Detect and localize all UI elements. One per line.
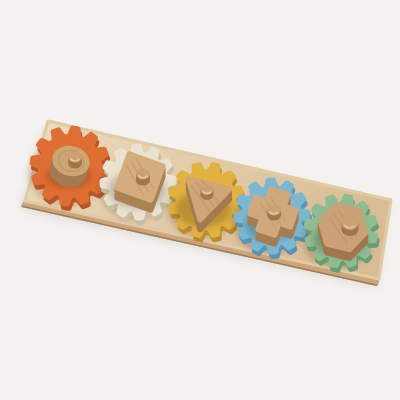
- peg: [68, 152, 82, 169]
- peg: [267, 205, 281, 221]
- gear-yellow: [167, 165, 243, 240]
- peg: [136, 169, 150, 186]
- peg: [201, 185, 214, 200]
- gear-green: [303, 196, 377, 270]
- peg: [342, 216, 359, 236]
- gear-orange: [29, 128, 109, 208]
- product-photo-stage: [0, 0, 400, 400]
- gear-toy-photo: [0, 0, 400, 400]
